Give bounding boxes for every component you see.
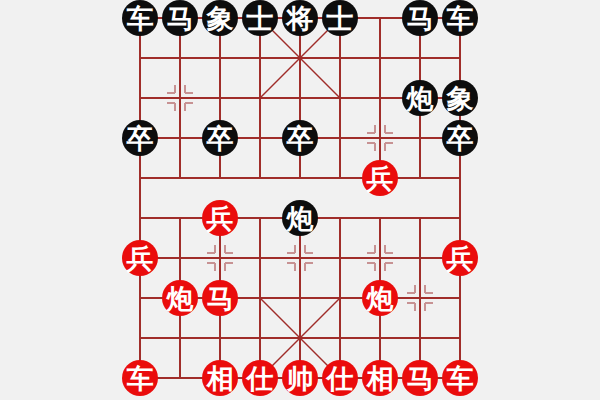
board-point[interactable] — [400, 238, 440, 278]
board-point[interactable]: 相 — [360, 358, 400, 398]
piece-red-advisor[interactable]: 仕 — [242, 360, 278, 396]
board-point[interactable] — [320, 318, 360, 358]
board-point[interactable]: 士 — [240, 0, 280, 38]
board-point[interactable] — [200, 78, 240, 118]
piece-red-cannon[interactable]: 炮 — [162, 280, 198, 316]
board-point[interactable] — [400, 278, 440, 318]
piece-red-elephant[interactable]: 相 — [202, 360, 238, 396]
board-point[interactable] — [360, 318, 400, 358]
piece-red-advisor[interactable]: 仕 — [322, 360, 358, 396]
piece-black-chariot[interactable]: 车 — [122, 0, 158, 36]
piece-black-cannon[interactable]: 炮 — [402, 80, 438, 116]
board-point[interactable]: 卒 — [280, 118, 320, 158]
board-point[interactable] — [360, 78, 400, 118]
board-point[interactable]: 兵 — [200, 198, 240, 238]
piece-black-general[interactable]: 将 — [282, 0, 318, 36]
board-point[interactable] — [360, 0, 400, 38]
board-point[interactable] — [160, 238, 200, 278]
board-point[interactable] — [160, 198, 200, 238]
board-point[interactable] — [280, 158, 320, 198]
piece-black-horse[interactable]: 马 — [402, 0, 438, 36]
board-point[interactable]: 车 — [120, 358, 160, 398]
board-point[interactable] — [440, 38, 480, 78]
board-point[interactable] — [120, 278, 160, 318]
board-point[interactable]: 兵 — [120, 238, 160, 278]
piece-red-horse[interactable]: 马 — [202, 280, 238, 316]
board-point[interactable]: 炮 — [280, 198, 320, 238]
board-point[interactable] — [440, 278, 480, 318]
board-point[interactable] — [360, 38, 400, 78]
board-point[interactable]: 车 — [440, 0, 480, 38]
board-point[interactable]: 马 — [200, 278, 240, 318]
board-point[interactable]: 车 — [440, 358, 480, 398]
board-point[interactable] — [280, 238, 320, 278]
piece-black-advisor[interactable]: 士 — [242, 0, 278, 36]
board-point[interactable]: 帅 — [280, 358, 320, 398]
piece-black-chariot[interactable]: 车 — [442, 0, 478, 36]
piece-red-soldier[interactable]: 兵 — [442, 240, 478, 276]
board-point[interactable] — [240, 78, 280, 118]
board-point[interactable]: 马 — [400, 358, 440, 398]
board-point[interactable] — [200, 238, 240, 278]
piece-red-horse[interactable]: 马 — [402, 360, 438, 396]
board-point[interactable] — [240, 318, 280, 358]
board-point[interactable] — [320, 198, 360, 238]
piece-black-soldier[interactable]: 卒 — [282, 120, 318, 156]
board-point[interactable] — [240, 118, 280, 158]
piece-black-horse[interactable]: 马 — [162, 0, 198, 36]
board-point[interactable]: 马 — [400, 0, 440, 38]
board-point[interactable] — [160, 318, 200, 358]
board-point[interactable] — [320, 158, 360, 198]
board-point[interactable] — [400, 38, 440, 78]
piece-black-elephant[interactable]: 象 — [442, 80, 478, 116]
piece-black-soldier[interactable]: 卒 — [122, 120, 158, 156]
board-point[interactable] — [440, 318, 480, 358]
piece-red-cannon[interactable]: 炮 — [362, 280, 398, 316]
board-point[interactable] — [400, 318, 440, 358]
board-point[interactable]: 将 — [280, 0, 320, 38]
board-point[interactable] — [440, 198, 480, 238]
board-point[interactable]: 象 — [440, 78, 480, 118]
board-point[interactable] — [360, 118, 400, 158]
board-point[interactable] — [360, 198, 400, 238]
board-point[interactable]: 士 — [320, 0, 360, 38]
board-point[interactable] — [160, 78, 200, 118]
board-point[interactable] — [240, 38, 280, 78]
board-points-grid: 车马象士将士马车炮象卒卒卒卒兵兵炮兵兵炮马炮车相仕帅仕相马车 — [120, 0, 480, 398]
board-point[interactable] — [400, 118, 440, 158]
board-point[interactable]: 仕 — [320, 358, 360, 398]
board-point[interactable] — [280, 78, 320, 118]
board-point[interactable] — [320, 118, 360, 158]
board-point[interactable] — [240, 198, 280, 238]
piece-black-soldier[interactable]: 卒 — [202, 120, 238, 156]
board-point[interactable] — [120, 158, 160, 198]
board-point[interactable] — [120, 198, 160, 238]
piece-red-elephant[interactable]: 相 — [362, 360, 398, 396]
piece-black-cannon[interactable]: 炮 — [282, 200, 318, 236]
board-point[interactable] — [320, 78, 360, 118]
board-point[interactable]: 兵 — [360, 158, 400, 198]
board-point[interactable]: 兵 — [440, 238, 480, 278]
xiangqi-board-diagram: 车马象士将士马车炮象卒卒卒卒兵兵炮兵兵炮马炮车相仕帅仕相马车 — [0, 0, 600, 400]
piece-red-general[interactable]: 帅 — [282, 360, 318, 396]
piece-black-soldier[interactable]: 卒 — [442, 120, 478, 156]
board-point[interactable] — [120, 78, 160, 118]
board-point[interactable] — [240, 238, 280, 278]
board-point[interactable] — [200, 158, 240, 198]
board-point[interactable] — [160, 358, 200, 398]
board-point[interactable] — [280, 38, 320, 78]
board-point[interactable]: 象 — [200, 0, 240, 38]
board-point[interactable] — [120, 38, 160, 78]
board-point[interactable] — [320, 38, 360, 78]
board-point[interactable] — [160, 38, 200, 78]
board-point[interactable] — [440, 158, 480, 198]
board-point[interactable] — [120, 318, 160, 358]
piece-black-elephant[interactable]: 象 — [202, 0, 238, 36]
board-point[interactable] — [400, 158, 440, 198]
piece-red-chariot[interactable]: 车 — [122, 360, 158, 396]
board-point[interactable] — [240, 278, 280, 318]
board-point[interactable] — [200, 38, 240, 78]
board-point[interactable]: 马 — [160, 0, 200, 38]
board-point[interactable] — [280, 318, 320, 358]
piece-black-advisor[interactable]: 士 — [322, 0, 358, 36]
board-point[interactable] — [400, 198, 440, 238]
piece-red-soldier[interactable]: 兵 — [202, 200, 238, 236]
board-point[interactable] — [160, 158, 200, 198]
board-point[interactable] — [280, 278, 320, 318]
board-point[interactable]: 炮 — [360, 278, 400, 318]
piece-red-soldier[interactable]: 兵 — [362, 160, 398, 196]
piece-red-chariot[interactable]: 车 — [442, 360, 478, 396]
board-point[interactable] — [160, 118, 200, 158]
board-point[interactable]: 炮 — [160, 278, 200, 318]
board-point[interactable]: 仕 — [240, 358, 280, 398]
board-point[interactable]: 炮 — [400, 78, 440, 118]
board-point[interactable] — [360, 238, 400, 278]
board-point[interactable]: 卒 — [120, 118, 160, 158]
board-point[interactable] — [320, 238, 360, 278]
board-point[interactable]: 卒 — [200, 118, 240, 158]
board-point[interactable] — [240, 158, 280, 198]
piece-red-soldier[interactable]: 兵 — [122, 240, 158, 276]
board-point[interactable]: 相 — [200, 358, 240, 398]
board-point[interactable]: 卒 — [440, 118, 480, 158]
board-point[interactable] — [200, 318, 240, 358]
board-point[interactable]: 车 — [120, 0, 160, 38]
board-point[interactable] — [320, 278, 360, 318]
